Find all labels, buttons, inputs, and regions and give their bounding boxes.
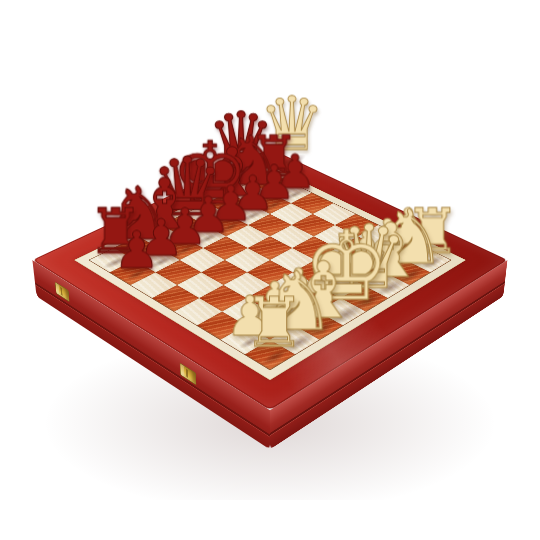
product-photo: ♜♞♝♛♚♝♞♜♟♟♟♟♟♟♟♟♟♟♟♟♟♟♟♟♜♞♝♚♛♝♞♜♛♛: [0, 0, 540, 540]
chess-box-top: ♜♞♝♛♚♝♞♜♟♟♟♟♟♟♟♟♟♟♟♟♟♟♟♟♜♞♝♚♛♝♞♜♛♛: [32, 149, 507, 411]
piece-boxwood-rook[interactable]: ♜: [240, 285, 309, 357]
piece-red-pawn[interactable]: ♟: [111, 221, 162, 274]
scene: ♜♞♝♛♚♝♞♜♟♟♟♟♟♟♟♟♟♟♟♟♟♟♟♟♜♞♝♚♛♝♞♜♛♛: [0, 0, 540, 540]
